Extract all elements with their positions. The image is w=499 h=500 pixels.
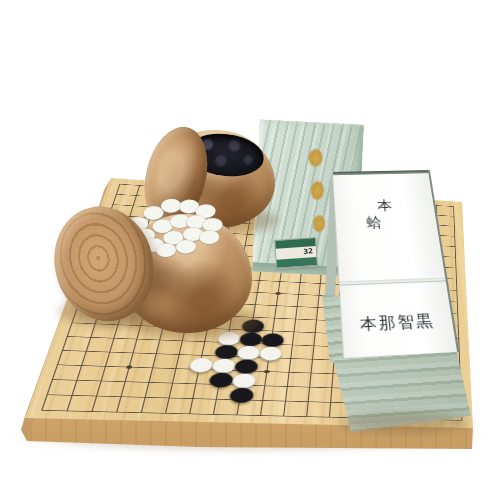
- star-point: [125, 365, 132, 369]
- box-shadow: [340, 412, 470, 434]
- gold-calligraphy-mark-icon: [312, 214, 326, 233]
- star-point: [263, 369, 269, 373]
- gold-calligraphy-mark-icon: [310, 180, 325, 201]
- black-stones-box-label: 本那智黒: [342, 310, 454, 336]
- product-photo-scene: ●●●●●●●●●●●●● 32 本蛤 本那智黒 ●●●●●●●●●●●●●●●…: [0, 0, 499, 500]
- label-green-strip: [277, 257, 317, 268]
- star-point: [275, 292, 280, 295]
- label-number: 32: [303, 247, 313, 257]
- white-stones-box-label: 本蛤: [335, 196, 438, 233]
- white-stone: ●: [258, 345, 281, 359]
- box-seam: [340, 277, 446, 284]
- white-stone: ●: [174, 239, 197, 251]
- black-stone: ●: [207, 371, 231, 385]
- stone-boxes-stack: 本蛤 本那智黒: [332, 170, 459, 358]
- black-stone: ●: [228, 387, 252, 402]
- white-stone: ●: [187, 357, 212, 371]
- box-rim: [333, 170, 428, 175]
- kiri-box-label: 32: [274, 237, 318, 269]
- gold-calligraphy-mark-icon: [308, 148, 324, 168]
- white-stone: ●: [197, 229, 220, 241]
